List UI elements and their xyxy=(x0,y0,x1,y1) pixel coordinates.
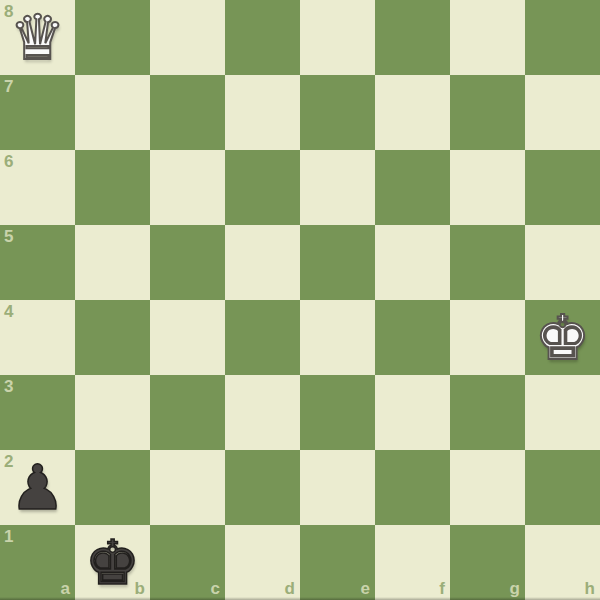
white-king-piece[interactable]: ♚ xyxy=(535,300,591,375)
square-a1[interactable]: 1a xyxy=(0,525,75,600)
rank-label-3: 3 xyxy=(4,378,13,395)
square-c5[interactable] xyxy=(150,225,225,300)
file-label-a: a xyxy=(61,580,70,597)
file-label-c: c xyxy=(211,580,220,597)
square-b5[interactable] xyxy=(75,225,150,300)
square-h2[interactable] xyxy=(525,450,600,525)
rank-label-7: 7 xyxy=(4,78,13,95)
square-e4[interactable] xyxy=(300,300,375,375)
square-d3[interactable] xyxy=(225,375,300,450)
square-g4[interactable] xyxy=(450,300,525,375)
square-f3[interactable] xyxy=(375,375,450,450)
square-f6[interactable] xyxy=(375,150,450,225)
square-c8[interactable] xyxy=(150,0,225,75)
square-g3[interactable] xyxy=(450,375,525,450)
black-king-piece[interactable]: ♚ xyxy=(85,525,141,600)
square-f5[interactable] xyxy=(375,225,450,300)
square-c1[interactable]: c xyxy=(150,525,225,600)
square-f7[interactable] xyxy=(375,75,450,150)
square-h8[interactable] xyxy=(525,0,600,75)
square-h1[interactable]: h xyxy=(525,525,600,600)
square-c6[interactable] xyxy=(150,150,225,225)
square-c2[interactable] xyxy=(150,450,225,525)
black-pawn-piece[interactable]: ♟ xyxy=(10,450,66,525)
square-h4[interactable]: ♚ xyxy=(525,300,600,375)
square-d8[interactable] xyxy=(225,0,300,75)
chess-board: 8♛7654♚32♟1ab♚cdefgh xyxy=(0,0,600,600)
rank-label-6: 6 xyxy=(4,153,13,170)
square-d2[interactable] xyxy=(225,450,300,525)
square-f4[interactable] xyxy=(375,300,450,375)
square-d6[interactable] xyxy=(225,150,300,225)
square-h6[interactable] xyxy=(525,150,600,225)
square-a5[interactable]: 5 xyxy=(0,225,75,300)
file-label-e: e xyxy=(361,580,370,597)
white-queen-piece[interactable]: ♛ xyxy=(10,0,66,75)
square-b3[interactable] xyxy=(75,375,150,450)
square-g6[interactable] xyxy=(450,150,525,225)
square-a2[interactable]: 2♟ xyxy=(0,450,75,525)
square-d4[interactable] xyxy=(225,300,300,375)
square-e3[interactable] xyxy=(300,375,375,450)
square-b8[interactable] xyxy=(75,0,150,75)
file-label-f: f xyxy=(439,580,445,597)
square-a6[interactable]: 6 xyxy=(0,150,75,225)
square-e2[interactable] xyxy=(300,450,375,525)
square-d7[interactable] xyxy=(225,75,300,150)
square-c7[interactable] xyxy=(150,75,225,150)
square-g5[interactable] xyxy=(450,225,525,300)
square-e5[interactable] xyxy=(300,225,375,300)
file-label-g: g xyxy=(510,580,520,597)
square-a4[interactable]: 4 xyxy=(0,300,75,375)
file-label-d: d xyxy=(285,580,295,597)
rank-label-1: 1 xyxy=(4,528,13,545)
square-h5[interactable] xyxy=(525,225,600,300)
square-c3[interactable] xyxy=(150,375,225,450)
square-e7[interactable] xyxy=(300,75,375,150)
square-g1[interactable]: g xyxy=(450,525,525,600)
square-b6[interactable] xyxy=(75,150,150,225)
file-label-h: h xyxy=(585,580,595,597)
square-g7[interactable] xyxy=(450,75,525,150)
square-f1[interactable]: f xyxy=(375,525,450,600)
square-f8[interactable] xyxy=(375,0,450,75)
square-d1[interactable]: d xyxy=(225,525,300,600)
square-e1[interactable]: e xyxy=(300,525,375,600)
square-e6[interactable] xyxy=(300,150,375,225)
square-c4[interactable] xyxy=(150,300,225,375)
square-g8[interactable] xyxy=(450,0,525,75)
rank-label-4: 4 xyxy=(4,303,13,320)
square-a7[interactable]: 7 xyxy=(0,75,75,150)
square-b7[interactable] xyxy=(75,75,150,150)
square-g2[interactable] xyxy=(450,450,525,525)
rank-label-5: 5 xyxy=(4,228,13,245)
square-f2[interactable] xyxy=(375,450,450,525)
square-h3[interactable] xyxy=(525,375,600,450)
square-e8[interactable] xyxy=(300,0,375,75)
square-d5[interactable] xyxy=(225,225,300,300)
square-h7[interactable] xyxy=(525,75,600,150)
square-b4[interactable] xyxy=(75,300,150,375)
square-b1[interactable]: b♚ xyxy=(75,525,150,600)
square-a3[interactable]: 3 xyxy=(0,375,75,450)
square-b2[interactable] xyxy=(75,450,150,525)
square-a8[interactable]: 8♛ xyxy=(0,0,75,75)
